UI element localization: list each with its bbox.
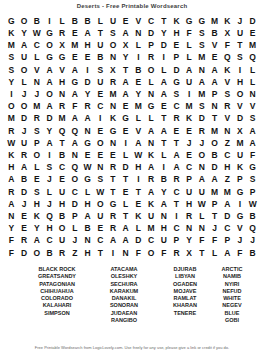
grid-cell: E: [30, 174, 43, 186]
grid-cell: B: [208, 27, 221, 39]
grid-cell: K: [107, 113, 120, 125]
grid-cell: M: [234, 137, 247, 149]
grid-cell: C: [56, 161, 69, 173]
grid-cell: G: [81, 174, 94, 186]
grid-cell: S: [234, 52, 247, 64]
grid-cell: N: [221, 125, 234, 137]
grid-cell: U: [107, 15, 120, 27]
grid-cell: J: [195, 137, 208, 149]
grid-cell: D: [234, 113, 247, 125]
grid-cell: L: [157, 64, 170, 76]
grid-cell: I: [157, 52, 170, 64]
grid-cell: Y: [157, 27, 170, 39]
grid-cell: O: [5, 100, 18, 112]
grid-cell: N: [195, 161, 208, 173]
grid-cell: S: [5, 64, 18, 76]
word-list-item: OLESHKY: [92, 273, 156, 280]
grid-cell: U: [145, 210, 158, 222]
grid-cell: Y: [119, 52, 132, 64]
grid-cell: A: [30, 235, 43, 247]
word-list-item: ATACAMA: [92, 266, 156, 273]
grid-cell: E: [170, 39, 183, 51]
grid-cell: T: [107, 186, 120, 198]
grid-cell: U: [94, 76, 107, 88]
grid-cell: T: [119, 210, 132, 222]
grid-cell: G: [68, 76, 81, 88]
grid-cell: T: [132, 186, 145, 198]
grid-cell: L: [132, 222, 145, 234]
grid-cell: S: [195, 39, 208, 51]
grid-cell: L: [18, 76, 31, 88]
grid-cell: T: [170, 137, 183, 149]
grid-cell: R: [81, 100, 94, 112]
grid-cell: T: [107, 174, 120, 186]
grid-cell: O: [18, 64, 31, 76]
grid-cell: M: [208, 186, 221, 198]
grid-cell: M: [183, 100, 196, 112]
grid-cell: M: [68, 39, 81, 51]
grid-cell: A: [157, 198, 170, 210]
grid-cell: J: [68, 235, 81, 247]
grid-cell: U: [18, 52, 31, 64]
grid-cell: C: [170, 100, 183, 112]
grid-cell: H: [132, 161, 145, 173]
word-list-item: KARAKUM: [92, 288, 156, 295]
grid-cell: B: [81, 15, 94, 27]
grid-cell: L: [246, 64, 259, 76]
grid-cell: R: [145, 174, 158, 186]
grid-cell: A: [119, 27, 132, 39]
grid-cell: Y: [18, 27, 31, 39]
grid-cell: I: [132, 52, 145, 64]
grid-cell: A: [170, 149, 183, 161]
grid-cell: A: [157, 76, 170, 88]
grid-cell: S: [94, 64, 107, 76]
grid-cell: X: [183, 247, 196, 259]
grid-cell: A: [132, 137, 145, 149]
grid-cell: L: [30, 52, 43, 64]
grid-cell: D: [18, 113, 31, 125]
wordsearch-grid: GOBILBBLUEVCTKGGMKJDKYWGREATSANDYHFSBXUE…: [5, 15, 259, 259]
grid-cell: L: [145, 113, 158, 125]
grid-cell: F: [246, 149, 259, 161]
grid-cell: B: [246, 210, 259, 222]
grid-cell: R: [170, 174, 183, 186]
word-list-item: NYIRI: [204, 281, 260, 288]
grid-cell: Q: [221, 52, 234, 64]
grid-cell: U: [195, 186, 208, 198]
grid-cell: R: [18, 235, 31, 247]
grid-cell: G: [246, 161, 259, 173]
grid-cell: K: [221, 64, 234, 76]
grid-cell: S: [221, 88, 234, 100]
grid-cell: R: [56, 27, 69, 39]
grid-cell: A: [183, 64, 196, 76]
grid-cell: H: [183, 198, 196, 210]
grid-cell: C: [43, 235, 56, 247]
grid-cell: J: [18, 88, 31, 100]
grid-cell: G: [107, 125, 120, 137]
grid-cell: M: [107, 88, 120, 100]
grid-cell: Y: [43, 125, 56, 137]
word-list-item: NAMIB: [204, 273, 260, 280]
grid-cell: J: [246, 235, 259, 247]
grid-cell: A: [43, 76, 56, 88]
grid-cell: V: [132, 125, 145, 137]
grid-cell: Y: [183, 235, 196, 247]
grid-cell: N: [107, 137, 120, 149]
grid-cell: A: [5, 174, 18, 186]
grid-cell: E: [94, 88, 107, 100]
grid-cell: M: [56, 113, 69, 125]
grid-cell: V: [30, 64, 43, 76]
grid-cell: M: [5, 39, 18, 51]
grid-cell: C: [221, 149, 234, 161]
grid-cell: N: [107, 52, 120, 64]
grid-cell: R: [195, 125, 208, 137]
grid-cell: Y: [132, 88, 145, 100]
grid-cell: I: [234, 198, 247, 210]
grid-cell: T: [94, 27, 107, 39]
grid-cell: O: [195, 149, 208, 161]
grid-cell: A: [221, 247, 234, 259]
word-list-item: BLACK ROCK: [14, 266, 100, 273]
grid-cell: P: [68, 210, 81, 222]
grid-cell: I: [119, 137, 132, 149]
word-list-item: CHIHUAHUA: [14, 288, 100, 295]
grid-cell: N: [195, 222, 208, 234]
grid-cell: K: [234, 161, 247, 173]
grid-cell: Y: [157, 186, 170, 198]
grid-cell: F: [221, 39, 234, 51]
grid-cell: G: [43, 27, 56, 39]
grid-cell: E: [119, 15, 132, 27]
grid-cell: Z: [221, 174, 234, 186]
grid-cell: T: [157, 137, 170, 149]
word-list-item: JUDAEAN: [92, 310, 156, 317]
word-list-item: DANAKIL: [92, 295, 156, 302]
grid-cell: G: [81, 137, 94, 149]
grid-cell: A: [68, 64, 81, 76]
grid-cell: R: [221, 100, 234, 112]
grid-cell: O: [68, 174, 81, 186]
grid-cell: A: [221, 198, 234, 210]
grid-cell: B: [81, 222, 94, 234]
grid-cell: R: [56, 100, 69, 112]
grid-cell: D: [246, 15, 259, 27]
grid-cell: L: [43, 186, 56, 198]
grid-cell: T: [170, 198, 183, 210]
grid-cell: T: [94, 247, 107, 259]
grid-cell: Y: [30, 222, 43, 234]
grid-cell: W: [132, 149, 145, 161]
grid-cell: I: [43, 15, 56, 27]
grid-cell: T: [157, 113, 170, 125]
grid-cell: E: [94, 222, 107, 234]
grid-cell: H: [43, 222, 56, 234]
grid-cell: E: [208, 52, 221, 64]
grid-cell: N: [94, 161, 107, 173]
grid-cell: U: [56, 235, 69, 247]
grid-cell: S: [94, 174, 107, 186]
grid-cell: D: [170, 64, 183, 76]
grid-cell: N: [183, 222, 196, 234]
grid-cell: F: [5, 247, 18, 259]
grid-cell: M: [246, 39, 259, 51]
grid-cell: A: [119, 88, 132, 100]
grid-cell: C: [170, 222, 183, 234]
grid-cell: V: [221, 76, 234, 88]
word-list-item: KALAHARI: [14, 302, 100, 309]
grid-cell: E: [183, 149, 196, 161]
grid-cell: B: [18, 174, 31, 186]
grid-cell: R: [18, 149, 31, 161]
grid-cell: L: [94, 15, 107, 27]
grid-cell: A: [81, 27, 94, 39]
grid-cell: L: [195, 210, 208, 222]
grid-cell: F: [132, 247, 145, 259]
grid-cell: B: [208, 149, 221, 161]
grid-cell: W: [81, 161, 94, 173]
grid-cell: R: [30, 113, 43, 125]
grid-cell: V: [221, 113, 234, 125]
grid-cell: S: [107, 27, 120, 39]
grid-cell: Y: [5, 222, 18, 234]
grid-cell: M: [221, 186, 234, 198]
grid-cell: G: [195, 15, 208, 27]
grid-cell: K: [145, 149, 158, 161]
grid-cell: N: [68, 149, 81, 161]
grid-cell: M: [30, 100, 43, 112]
grid-cell: I: [132, 174, 145, 186]
grid-cell: O: [30, 149, 43, 161]
grid-cell: D: [18, 186, 31, 198]
grid-cell: R: [107, 210, 120, 222]
grid-cell: J: [18, 125, 31, 137]
grid-cell: L: [246, 76, 259, 88]
grid-cell: A: [68, 113, 81, 125]
grid-cell: O: [43, 39, 56, 51]
grid-cell: S: [43, 161, 56, 173]
grid-cell: H: [5, 161, 18, 173]
grid-cell: H: [157, 222, 170, 234]
grid-cell: E: [107, 149, 120, 161]
puzzle-title: Deserts - Free Printable Wordsearch: [0, 3, 264, 9]
grid-cell: C: [170, 186, 183, 198]
grid-cell: M: [132, 100, 145, 112]
grid-cell: R: [107, 161, 120, 173]
grid-cell: A: [43, 64, 56, 76]
grid-cell: A: [119, 222, 132, 234]
grid-cell: R: [5, 186, 18, 198]
grid-cell: O: [18, 100, 31, 112]
grid-cell: B: [43, 247, 56, 259]
grid-cell: E: [18, 222, 31, 234]
grid-cell: E: [119, 100, 132, 112]
grid-cell: B: [94, 52, 107, 64]
word-list-item: RANGIBO: [92, 317, 156, 324]
grid-cell: H: [170, 27, 183, 39]
grid-cell: O: [208, 137, 221, 149]
grid-cell: T: [119, 64, 132, 76]
grid-cell: L: [132, 39, 145, 51]
grid-cell: H: [56, 198, 69, 210]
grid-cell: D: [132, 235, 145, 247]
grid-cell: B: [157, 174, 170, 186]
grid-cell: N: [81, 125, 94, 137]
grid-cell: A: [145, 161, 158, 173]
grid-cell: G: [183, 15, 196, 27]
grid-cell: X: [107, 64, 120, 76]
grid-cell: K: [170, 15, 183, 27]
grid-cell: L: [183, 39, 196, 51]
grid-cell: R: [107, 222, 120, 234]
word-column-2: ATACAMAOLESHKYSECHURAKARAKUMDANAKILSONOR…: [92, 266, 156, 324]
grid-cell: L: [145, 76, 158, 88]
grid-cell: F: [195, 235, 208, 247]
grid-cell: D: [68, 198, 81, 210]
grid-cell: B: [30, 15, 43, 27]
grid-cell: A: [18, 161, 31, 173]
footer-credit: Free Printable Wordsearch from LogicLove…: [0, 345, 264, 350]
word-list-item: ARCTIC: [204, 266, 260, 273]
grid-cell: W: [30, 27, 43, 39]
grid-cell: I: [157, 161, 170, 173]
grid-cell: C: [94, 100, 107, 112]
grid-cell: A: [208, 76, 221, 88]
word-list-item: WHITE: [204, 295, 260, 302]
grid-cell: N: [157, 210, 170, 222]
grid-cell: S: [246, 174, 259, 186]
grid-cell: X: [234, 125, 247, 137]
grid-cell: I: [81, 64, 94, 76]
grid-cell: T: [234, 39, 247, 51]
grid-cell: O: [94, 198, 107, 210]
word-list-item: NEGEV: [204, 302, 260, 309]
grid-cell: S: [170, 88, 183, 100]
grid-cell: O: [56, 222, 69, 234]
word-list-item: GREATSANDY: [14, 273, 100, 280]
grid-cell: W: [94, 186, 107, 198]
grid-cell: H: [81, 198, 94, 210]
grid-cell: F: [234, 247, 247, 259]
grid-cell: G: [145, 100, 158, 112]
grid-cell: C: [30, 39, 43, 51]
word-column-1: BLACK ROCKGREATSANDYPATAGONIANCHIHUAHUAC…: [14, 266, 100, 317]
grid-cell: J: [234, 15, 247, 27]
grid-cell: A: [246, 125, 259, 137]
grid-cell: N: [5, 210, 18, 222]
grid-cell: C: [68, 186, 81, 198]
grid-cell: I: [234, 64, 247, 76]
grid-cell: A: [68, 137, 81, 149]
grid-cell: P: [234, 174, 247, 186]
grid-cell: U: [183, 76, 196, 88]
grid-cell: U: [18, 137, 31, 149]
grid-cell: Q: [246, 222, 259, 234]
grid-cell: J: [43, 198, 56, 210]
grid-cell: R: [5, 125, 18, 137]
grid-cell: A: [18, 39, 31, 51]
grid-cell: A: [68, 88, 81, 100]
grid-cell: K: [145, 198, 158, 210]
grid-cell: J: [43, 174, 56, 186]
grid-cell: N: [145, 88, 158, 100]
grid-cell: Z: [68, 247, 81, 259]
grid-cell: U: [157, 235, 170, 247]
grid-cell: A: [170, 161, 183, 173]
grid-cell: E: [68, 52, 81, 64]
grid-cell: D: [221, 210, 234, 222]
grid-cell: K: [183, 113, 196, 125]
grid-cell: F: [157, 247, 170, 259]
grid-cell: U: [94, 39, 107, 51]
grid-cell: L: [157, 149, 170, 161]
grid-cell: U: [234, 27, 247, 39]
grid-cell: D: [43, 113, 56, 125]
grid-cell: N: [30, 76, 43, 88]
grid-cell: N: [119, 247, 132, 259]
grid-cell: Z: [221, 137, 234, 149]
grid-cell: N: [56, 88, 69, 100]
grid-cell: Q: [68, 125, 81, 137]
grid-cell: P: [208, 88, 221, 100]
grid-cell: P: [170, 52, 183, 64]
grid-cell: R: [170, 247, 183, 259]
grid-cell: R: [170, 113, 183, 125]
grid-cell: P: [30, 137, 43, 149]
grid-cell: I: [170, 210, 183, 222]
grid-cell: M: [208, 15, 221, 27]
grid-cell: D: [145, 27, 158, 39]
grid-cell: N: [208, 100, 221, 112]
grid-cell: J: [183, 137, 196, 149]
grid-cell: S: [195, 100, 208, 112]
grid-cell: A: [5, 198, 18, 210]
grid-cell: G: [234, 210, 247, 222]
grid-cell: K: [132, 210, 145, 222]
word-list-item: SIMPSON: [14, 310, 100, 317]
grid-cell: H: [81, 39, 94, 51]
grid-cell: P: [208, 198, 221, 210]
grid-cell: T: [208, 113, 221, 125]
grid-cell: J: [208, 222, 221, 234]
grid-cell: K: [221, 15, 234, 27]
grid-cell: T: [157, 15, 170, 27]
grid-cell: M: [195, 88, 208, 100]
grid-cell: D: [195, 113, 208, 125]
grid-cell: V: [234, 222, 247, 234]
grid-cell: I: [183, 88, 196, 100]
grid-cell: G: [170, 76, 183, 88]
grid-cell: P: [221, 235, 234, 247]
grid-cell: U: [183, 186, 196, 198]
grid-cell: C: [221, 222, 234, 234]
word-list-item: PATAGONIAN: [14, 281, 100, 288]
grid-cell: N: [107, 100, 120, 112]
grid-cell: Q: [68, 161, 81, 173]
grid-cell: Y: [5, 76, 18, 88]
grid-cell: S: [30, 186, 43, 198]
grid-cell: B: [132, 64, 145, 76]
grid-cell: K: [30, 210, 43, 222]
grid-cell: I: [107, 247, 120, 259]
grid-cell: H: [234, 76, 247, 88]
grid-cell: R: [107, 76, 120, 88]
grid-cell: E: [170, 125, 183, 137]
grid-cell: P: [183, 174, 196, 186]
grid-cell: J: [18, 198, 31, 210]
